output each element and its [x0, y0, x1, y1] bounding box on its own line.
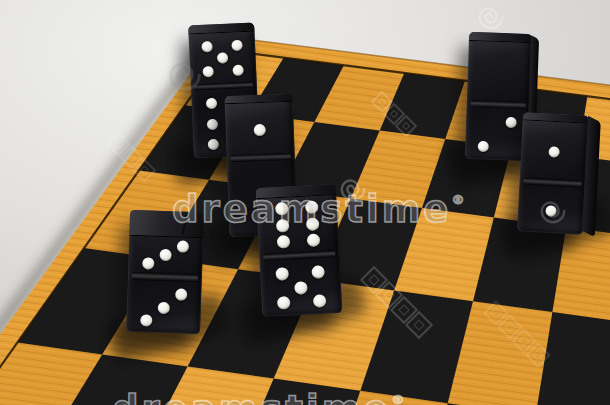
- pip: [217, 52, 228, 63]
- pip: [208, 139, 219, 150]
- pip: [177, 240, 189, 252]
- pip: [202, 65, 213, 76]
- pip: [312, 265, 326, 279]
- pip: [276, 296, 290, 310]
- pip: [548, 146, 560, 158]
- domino-top-face: [129, 210, 204, 239]
- domino-half-bottom: [126, 280, 202, 336]
- pip: [140, 314, 152, 326]
- pip: [159, 249, 171, 261]
- pip: [175, 288, 187, 300]
- domino-1-1: [517, 112, 589, 234]
- pip: [276, 219, 290, 233]
- domino-half-top: [467, 41, 532, 102]
- domino-half-bottom: [517, 184, 585, 235]
- pip: [306, 217, 320, 231]
- stock-photo-dominoes-on-chessboard: dreamstime® dreamstime®: [0, 0, 610, 405]
- domino-half-bottom: [259, 257, 342, 318]
- pip: [275, 202, 289, 216]
- pip: [201, 40, 212, 51]
- domino-half-top: [256, 195, 339, 254]
- pip: [478, 141, 489, 152]
- pip: [505, 117, 516, 128]
- domino-half-top: [128, 236, 203, 275]
- domino-half-top: [225, 102, 295, 155]
- pip: [254, 123, 266, 135]
- pip: [158, 301, 170, 313]
- domino-half-top: [189, 32, 257, 85]
- domino-6-5: [256, 184, 343, 317]
- pip: [206, 98, 217, 109]
- pip: [313, 294, 327, 308]
- pip: [233, 64, 244, 75]
- pip: [305, 200, 319, 214]
- domino-half-top: [520, 120, 589, 180]
- domino-half-bottom: [465, 107, 530, 162]
- pip: [545, 205, 557, 217]
- pip: [275, 267, 289, 281]
- domino-3-3: [126, 210, 204, 335]
- pip: [307, 233, 321, 247]
- pip: [231, 39, 242, 50]
- pip: [142, 258, 154, 270]
- pip: [207, 118, 218, 129]
- pip: [276, 235, 290, 249]
- pip: [294, 281, 308, 295]
